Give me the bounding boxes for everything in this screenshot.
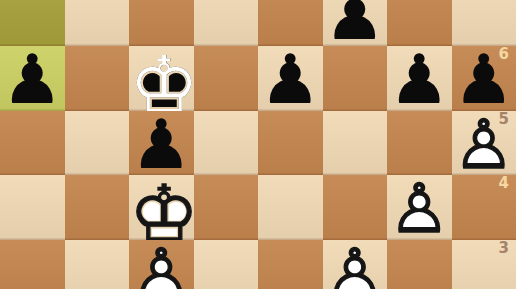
- black-pawn-e6[interactable]: ♟: [258, 46, 323, 114]
- black-pawn-glyph: ♟: [389, 46, 450, 114]
- white-pawn-g4[interactable]: ♟♙: [387, 175, 452, 243]
- square-d5[interactable]: [194, 111, 259, 176]
- square-c6[interactable]: ♚♔: [129, 46, 194, 111]
- black-pawn-glyph: ♟: [324, 0, 385, 50]
- square-h4[interactable]: 4: [452, 175, 516, 240]
- chess-board: ♟♟♚♔♟♟6♟♟5♟♙♚♔♟♙4♟♙♟♙3: [0, 0, 516, 289]
- white-pawn-f3[interactable]: ♟♙: [323, 240, 388, 289]
- white-pawn-c3[interactable]: ♟♙: [129, 240, 194, 289]
- black-pawn-a6[interactable]: ♟: [0, 46, 65, 114]
- black-pawn-glyph: ♟: [260, 46, 321, 114]
- rank-label-3: 3: [499, 241, 509, 256]
- black-pawn-g6[interactable]: ♟: [387, 46, 452, 114]
- white-pawn-outline: ♙: [131, 240, 192, 289]
- square-e4[interactable]: [258, 175, 323, 240]
- square-g4[interactable]: ♟♙: [387, 175, 452, 240]
- square-h5[interactable]: 5♟♙: [452, 111, 516, 176]
- rank-label-6: 6: [499, 47, 509, 62]
- square-a4[interactable]: [0, 175, 65, 240]
- square-g6[interactable]: ♟: [387, 46, 452, 111]
- rank-label-5: 5: [499, 112, 509, 127]
- square-f7[interactable]: ♟: [323, 0, 388, 46]
- square-c5[interactable]: ♟: [129, 111, 194, 176]
- square-b3[interactable]: [65, 240, 130, 289]
- board-viewport: ♟♟♚♔♟♟6♟♟5♟♙♚♔♟♙4♟♙♟♙3: [0, 0, 516, 289]
- square-e3[interactable]: [258, 240, 323, 289]
- square-d6[interactable]: [194, 46, 259, 111]
- square-b5[interactable]: [65, 111, 130, 176]
- square-c3[interactable]: ♟♙: [129, 240, 194, 289]
- square-c4[interactable]: ♚♔: [129, 175, 194, 240]
- square-d3[interactable]: [194, 240, 259, 289]
- square-b6[interactable]: [65, 46, 130, 111]
- square-h3[interactable]: 3: [452, 240, 516, 289]
- square-a5[interactable]: [0, 111, 65, 176]
- square-d7[interactable]: [194, 0, 259, 46]
- square-e6[interactable]: ♟: [258, 46, 323, 111]
- black-pawn-f7[interactable]: ♟: [323, 0, 388, 50]
- square-a6[interactable]: ♟: [0, 46, 65, 111]
- square-g3[interactable]: [387, 240, 452, 289]
- square-f6[interactable]: [323, 46, 388, 111]
- square-h6[interactable]: 6♟: [452, 46, 516, 111]
- black-pawn-glyph: ♟: [2, 46, 63, 114]
- square-f3[interactable]: ♟♙: [323, 240, 388, 289]
- square-e5[interactable]: [258, 111, 323, 176]
- square-g5[interactable]: [387, 111, 452, 176]
- square-b4[interactable]: [65, 175, 130, 240]
- square-d4[interactable]: [194, 175, 259, 240]
- square-f4[interactable]: [323, 175, 388, 240]
- square-b7[interactable]: [65, 0, 130, 46]
- square-a3[interactable]: [0, 240, 65, 289]
- square-f5[interactable]: [323, 111, 388, 176]
- white-pawn-outline: ♙: [324, 240, 385, 289]
- rank-label-4: 4: [499, 176, 509, 191]
- white-pawn-outline: ♙: [389, 175, 450, 243]
